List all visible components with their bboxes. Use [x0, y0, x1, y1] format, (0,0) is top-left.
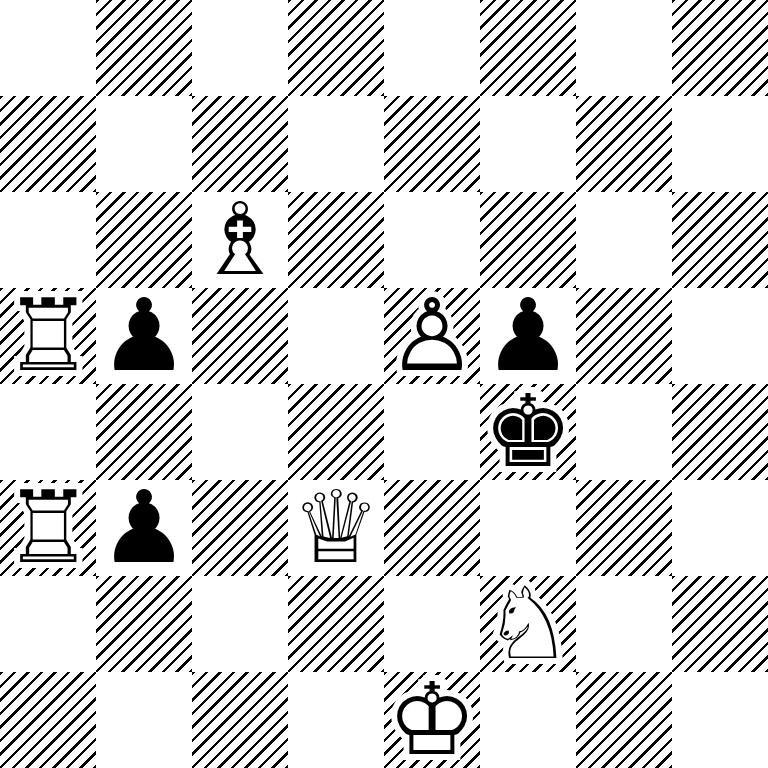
square-c6[interactable]: ♝♗: [192, 192, 288, 288]
piece-white-rook[interactable]: ♜♖: [0, 480, 96, 576]
square-b7[interactable]: [96, 96, 192, 192]
square-a8[interactable]: [0, 0, 96, 96]
square-f2[interactable]: ♞♘: [480, 576, 576, 672]
square-d6[interactable]: [288, 192, 384, 288]
square-a1[interactable]: [0, 672, 96, 768]
square-h5[interactable]: [672, 288, 768, 384]
square-d8[interactable]: [288, 0, 384, 96]
square-f1[interactable]: [480, 672, 576, 768]
square-c5[interactable]: [192, 288, 288, 384]
chess-board: ♝♗♜♖♟♟♟♙♟♟♚♚♜♖♟♟♛♕♞♘♚♔: [0, 0, 768, 768]
white-rook-icon: ♖: [0, 288, 96, 384]
square-b6[interactable]: [96, 192, 192, 288]
piece-white-queen[interactable]: ♛♕: [288, 480, 384, 576]
white-queen-icon: ♕: [288, 480, 384, 576]
square-f7[interactable]: [480, 96, 576, 192]
square-e5[interactable]: ♟♙: [384, 288, 480, 384]
black-pawn-icon: ♟: [480, 288, 576, 384]
square-c3[interactable]: [192, 480, 288, 576]
square-d2[interactable]: [288, 576, 384, 672]
square-h2[interactable]: [672, 576, 768, 672]
square-g1[interactable]: [576, 672, 672, 768]
square-h6[interactable]: [672, 192, 768, 288]
square-c1[interactable]: [192, 672, 288, 768]
square-g7[interactable]: [576, 96, 672, 192]
square-f5[interactable]: ♟♟: [480, 288, 576, 384]
square-e8[interactable]: [384, 0, 480, 96]
black-pawn-icon: ♟: [96, 480, 192, 576]
square-g8[interactable]: [576, 0, 672, 96]
square-h7[interactable]: [672, 96, 768, 192]
square-b4[interactable]: [96, 384, 192, 480]
square-f3[interactable]: [480, 480, 576, 576]
square-e1[interactable]: ♚♔: [384, 672, 480, 768]
black-king-icon: ♚: [480, 384, 576, 480]
square-d4[interactable]: [288, 384, 384, 480]
square-c4[interactable]: [192, 384, 288, 480]
square-a4[interactable]: [0, 384, 96, 480]
square-f6[interactable]: [480, 192, 576, 288]
square-h4[interactable]: [672, 384, 768, 480]
square-g2[interactable]: [576, 576, 672, 672]
square-a7[interactable]: [0, 96, 96, 192]
white-bishop-icon: ♗: [192, 192, 288, 288]
white-pawn-icon: ♙: [384, 288, 480, 384]
square-a3[interactable]: ♜♖: [0, 480, 96, 576]
square-g3[interactable]: [576, 480, 672, 576]
piece-black-pawn[interactable]: ♟♟: [96, 288, 192, 384]
square-c7[interactable]: [192, 96, 288, 192]
piece-white-pawn[interactable]: ♟♙: [384, 288, 480, 384]
piece-white-knight[interactable]: ♞♘: [480, 576, 576, 672]
square-e3[interactable]: [384, 480, 480, 576]
square-g5[interactable]: [576, 288, 672, 384]
square-b1[interactable]: [96, 672, 192, 768]
square-d5[interactable]: [288, 288, 384, 384]
white-rook-icon: ♖: [0, 480, 96, 576]
square-g6[interactable]: [576, 192, 672, 288]
square-e2[interactable]: [384, 576, 480, 672]
piece-white-bishop[interactable]: ♝♗: [192, 192, 288, 288]
square-d7[interactable]: [288, 96, 384, 192]
black-pawn-icon: ♟: [96, 288, 192, 384]
square-b2[interactable]: [96, 576, 192, 672]
square-d1[interactable]: [288, 672, 384, 768]
square-e7[interactable]: [384, 96, 480, 192]
square-b8[interactable]: [96, 0, 192, 96]
piece-black-pawn[interactable]: ♟♟: [480, 288, 576, 384]
piece-black-king[interactable]: ♚♚: [480, 384, 576, 480]
square-e4[interactable]: [384, 384, 480, 480]
square-f4[interactable]: ♚♚: [480, 384, 576, 480]
square-b3[interactable]: ♟♟: [96, 480, 192, 576]
piece-white-king[interactable]: ♚♔: [384, 672, 480, 768]
square-e6[interactable]: [384, 192, 480, 288]
white-knight-icon: ♘: [480, 576, 576, 672]
square-g4[interactable]: [576, 384, 672, 480]
square-a6[interactable]: [0, 192, 96, 288]
square-a2[interactable]: [0, 576, 96, 672]
square-c2[interactable]: [192, 576, 288, 672]
square-c8[interactable]: [192, 0, 288, 96]
square-d3[interactable]: ♛♕: [288, 480, 384, 576]
square-a5[interactable]: ♜♖: [0, 288, 96, 384]
square-h3[interactable]: [672, 480, 768, 576]
white-king-icon: ♔: [384, 672, 480, 768]
piece-white-rook[interactable]: ♜♖: [0, 288, 96, 384]
square-h1[interactable]: [672, 672, 768, 768]
square-f8[interactable]: [480, 0, 576, 96]
square-h8[interactable]: [672, 0, 768, 96]
square-b5[interactable]: ♟♟: [96, 288, 192, 384]
piece-black-pawn[interactable]: ♟♟: [96, 480, 192, 576]
